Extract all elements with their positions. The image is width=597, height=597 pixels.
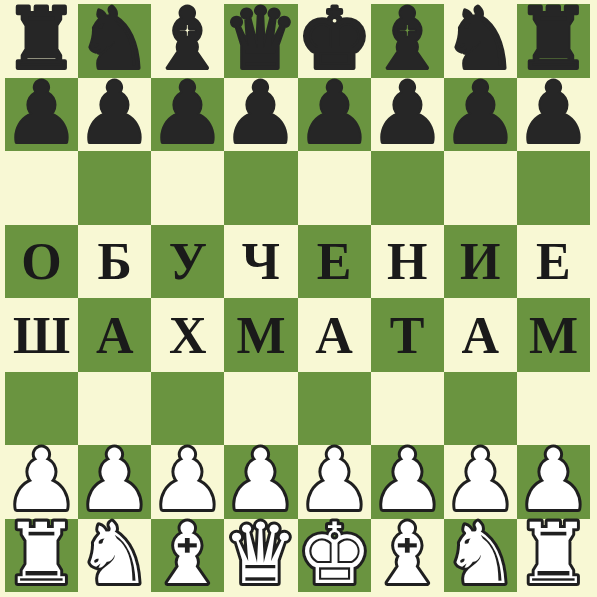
square-d4[interactable]: М	[224, 298, 297, 372]
square-a7[interactable]: ♟	[5, 78, 78, 152]
svg-text:♟: ♟	[369, 64, 444, 162]
square-h1[interactable]: ♜	[517, 519, 590, 593]
square-h6[interactable]	[517, 151, 590, 225]
board-grid: ♜♞♝♛♚♝♞♜♟♟♟♟♟♟♟♟ОБУЧЕНИЕШАХМАТАМ♟♟♟♟♟♟♟♟…	[5, 4, 590, 592]
square-e7[interactable]: ♟	[298, 78, 371, 152]
square-a4[interactable]: Ш	[5, 298, 78, 372]
overlay-letter: И	[460, 236, 500, 288]
overlay-letter: Б	[97, 236, 131, 288]
square-b4[interactable]: А	[78, 298, 151, 372]
black-pawn[interactable]: ♟	[517, 78, 590, 152]
svg-text:♟: ♟	[443, 64, 518, 162]
overlay-letter: М	[529, 310, 578, 362]
square-h4[interactable]: М	[517, 298, 590, 372]
svg-text:♟: ♟	[223, 64, 298, 162]
square-a6[interactable]	[5, 151, 78, 225]
svg-text:♝: ♝	[369, 505, 444, 597]
square-c5[interactable]: У	[151, 225, 224, 299]
square-c4[interactable]: Х	[151, 298, 224, 372]
square-g6[interactable]	[444, 151, 517, 225]
square-a1[interactable]: ♜	[5, 519, 78, 593]
square-a5[interactable]: О	[5, 225, 78, 299]
svg-text:♚: ♚	[296, 505, 371, 597]
black-pawn[interactable]: ♟	[78, 78, 151, 152]
white-queen[interactable]: ♛	[224, 519, 297, 593]
white-king[interactable]: ♚	[298, 519, 371, 593]
white-bishop[interactable]: ♝	[371, 519, 444, 593]
square-f1[interactable]: ♝	[371, 519, 444, 593]
black-pawn[interactable]: ♟	[298, 78, 371, 152]
square-g7[interactable]: ♟	[444, 78, 517, 152]
svg-text:♜: ♜	[516, 505, 591, 597]
chessboard-frame: ♜♞♝♛♚♝♞♜♟♟♟♟♟♟♟♟ОБУЧЕНИЕШАХМАТАМ♟♟♟♟♟♟♟♟…	[0, 0, 597, 597]
black-pawn[interactable]: ♟	[5, 78, 78, 152]
square-e5[interactable]: Е	[298, 225, 371, 299]
overlay-letter: Ш	[13, 310, 70, 362]
square-e1[interactable]: ♚	[298, 519, 371, 593]
white-bishop[interactable]: ♝	[151, 519, 224, 593]
svg-text:♟: ♟	[516, 64, 591, 162]
square-d5[interactable]: Ч	[224, 225, 297, 299]
black-pawn[interactable]: ♟	[151, 78, 224, 152]
overlay-letter: А	[315, 310, 353, 362]
svg-text:♟: ♟	[4, 64, 79, 162]
black-pawn[interactable]: ♟	[444, 78, 517, 152]
svg-text:♞: ♞	[443, 505, 518, 597]
square-f4[interactable]: Т	[371, 298, 444, 372]
overlay-letter: Н	[387, 236, 427, 288]
square-d6[interactable]	[224, 151, 297, 225]
square-f7[interactable]: ♟	[371, 78, 444, 152]
square-f6[interactable]	[371, 151, 444, 225]
white-rook[interactable]: ♜	[5, 519, 78, 593]
square-h7[interactable]: ♟	[517, 78, 590, 152]
square-e4[interactable]: А	[298, 298, 371, 372]
black-pawn[interactable]: ♟	[224, 78, 297, 152]
square-f5[interactable]: Н	[371, 225, 444, 299]
svg-text:♟: ♟	[77, 64, 152, 162]
square-c7[interactable]: ♟	[151, 78, 224, 152]
square-b7[interactable]: ♟	[78, 78, 151, 152]
square-g4[interactable]: А	[444, 298, 517, 372]
svg-text:♜: ♜	[4, 505, 79, 597]
svg-text:♛: ♛	[223, 505, 298, 597]
square-d7[interactable]: ♟	[224, 78, 297, 152]
square-d1[interactable]: ♛	[224, 519, 297, 593]
square-c6[interactable]	[151, 151, 224, 225]
white-knight[interactable]: ♞	[78, 519, 151, 593]
square-g5[interactable]: И	[444, 225, 517, 299]
overlay-letter: А	[96, 310, 134, 362]
overlay-letter: Е	[536, 236, 571, 288]
square-b5[interactable]: Б	[78, 225, 151, 299]
svg-text:♟: ♟	[296, 64, 371, 162]
square-g1[interactable]: ♞	[444, 519, 517, 593]
square-h5[interactable]: Е	[517, 225, 590, 299]
square-e6[interactable]	[298, 151, 371, 225]
overlay-letter: У	[169, 236, 207, 288]
overlay-letter: А	[462, 310, 500, 362]
white-knight[interactable]: ♞	[444, 519, 517, 593]
svg-text:♞: ♞	[77, 505, 152, 597]
overlay-letter: М	[236, 310, 285, 362]
svg-text:♟: ♟	[150, 64, 225, 162]
overlay-letter: Е	[317, 236, 352, 288]
square-b6[interactable]	[78, 151, 151, 225]
overlay-letter: О	[21, 236, 61, 288]
overlay-letter: Т	[390, 310, 425, 362]
black-pawn[interactable]: ♟	[371, 78, 444, 152]
square-c1[interactable]: ♝	[151, 519, 224, 593]
overlay-letter: Ч	[242, 236, 280, 288]
white-rook[interactable]: ♜	[517, 519, 590, 593]
svg-text:♝: ♝	[150, 505, 225, 597]
overlay-letter: Х	[169, 310, 207, 362]
square-b1[interactable]: ♞	[78, 519, 151, 593]
